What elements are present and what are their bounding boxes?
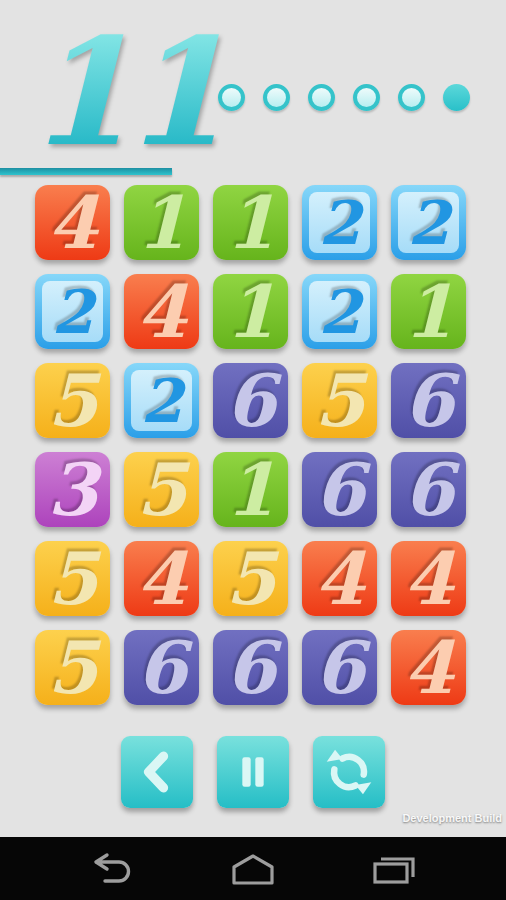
tile-6[interactable]: 6 (213, 363, 288, 438)
tile-2[interactable]: 2 (302, 185, 377, 260)
tile-number: 2 (52, 282, 94, 342)
tile-inner-face: 2 (42, 281, 103, 342)
pause-icon (227, 746, 279, 798)
progress-dot-empty (218, 84, 245, 111)
tile-5[interactable]: 5 (124, 452, 199, 527)
target-number: 11 (28, 18, 219, 166)
tile-number: 4 (314, 543, 364, 615)
tile-inner-face: 2 (309, 192, 370, 253)
tile-number: 5 (47, 543, 97, 615)
tile-2[interactable]: 2 (35, 274, 110, 349)
android-home-icon (229, 852, 277, 886)
tile-number: 1 (225, 276, 275, 348)
back-button[interactable] (121, 736, 193, 808)
tile-6[interactable]: 6 (391, 363, 466, 438)
tile-number: 2 (408, 193, 450, 253)
tile-number: 6 (136, 632, 186, 704)
tile-number: 1 (136, 187, 186, 259)
tile-4[interactable]: 4 (302, 541, 377, 616)
tile-2[interactable]: 2 (302, 274, 377, 349)
tile-grid: 411222412152656351665454456664 (35, 185, 466, 705)
tile-1[interactable]: 1 (124, 185, 199, 260)
pause-button[interactable] (217, 736, 289, 808)
tile-number: 1 (225, 187, 275, 259)
tile-number: 2 (141, 371, 183, 431)
tile-4[interactable]: 4 (391, 541, 466, 616)
tile-number: 2 (319, 282, 361, 342)
progress-dot-empty (353, 84, 380, 111)
game-screen: 11 411222412152656351665454456664 Dev (0, 0, 506, 900)
tile-number: 4 (47, 187, 97, 259)
tile-inner-face: 2 (131, 370, 192, 431)
development-build-label: Development Build (402, 813, 502, 824)
tile-2[interactable]: 2 (124, 363, 199, 438)
android-recents-button[interactable] (370, 852, 418, 889)
progress-dot-empty (398, 84, 425, 111)
tile-number: 6 (225, 365, 275, 437)
tile-number: 5 (136, 454, 186, 526)
tile-number: 6 (314, 454, 364, 526)
tile-2[interactable]: 2 (391, 185, 466, 260)
progress-dot-empty (263, 84, 290, 111)
tile-number: 1 (225, 454, 275, 526)
tile-number: 4 (403, 632, 453, 704)
tile-inner-face: 2 (398, 192, 459, 253)
android-navbar (0, 837, 506, 900)
tile-4[interactable]: 4 (35, 185, 110, 260)
tile-6[interactable]: 6 (302, 630, 377, 705)
chevron-left-icon (131, 746, 183, 798)
tile-3[interactable]: 3 (35, 452, 110, 527)
tile-number: 4 (136, 276, 186, 348)
tile-4[interactable]: 4 (124, 541, 199, 616)
tile-4[interactable]: 4 (124, 274, 199, 349)
tile-6[interactable]: 6 (213, 630, 288, 705)
tile-number: 6 (314, 632, 364, 704)
tile-4[interactable]: 4 (391, 630, 466, 705)
tile-number: 4 (136, 543, 186, 615)
tile-number: 2 (319, 193, 361, 253)
restart-button[interactable] (313, 736, 385, 808)
tile-number: 4 (403, 543, 453, 615)
tile-6[interactable]: 6 (124, 630, 199, 705)
tile-6[interactable]: 6 (302, 452, 377, 527)
tile-1[interactable]: 1 (391, 274, 466, 349)
tile-number: 6 (403, 365, 453, 437)
game-controls (121, 736, 385, 808)
tile-number: 6 (225, 632, 275, 704)
android-recents-icon (370, 852, 418, 886)
android-back-icon (89, 852, 137, 886)
tile-5[interactable]: 5 (213, 541, 288, 616)
tile-inner-face: 2 (309, 281, 370, 342)
tile-1[interactable]: 1 (213, 274, 288, 349)
tile-1[interactable]: 1 (213, 452, 288, 527)
tile-6[interactable]: 6 (391, 452, 466, 527)
tile-number: 6 (403, 454, 453, 526)
android-back-button[interactable] (89, 852, 137, 889)
tile-5[interactable]: 5 (35, 363, 110, 438)
progress-dot-filled (443, 84, 470, 111)
tile-1[interactable]: 1 (213, 185, 288, 260)
tile-number: 5 (47, 365, 97, 437)
tile-5[interactable]: 5 (35, 630, 110, 705)
tile-number: 1 (403, 276, 453, 348)
tile-5[interactable]: 5 (35, 541, 110, 616)
tile-number: 5 (314, 365, 364, 437)
progress-dot-empty (308, 84, 335, 111)
progress-dots (218, 84, 470, 111)
tile-5[interactable]: 5 (302, 363, 377, 438)
android-home-button[interactable] (229, 852, 277, 889)
restart-icon (323, 746, 375, 798)
tile-number: 5 (225, 543, 275, 615)
title-underline (0, 168, 172, 175)
tile-number: 5 (47, 632, 97, 704)
tile-number: 3 (47, 454, 97, 526)
